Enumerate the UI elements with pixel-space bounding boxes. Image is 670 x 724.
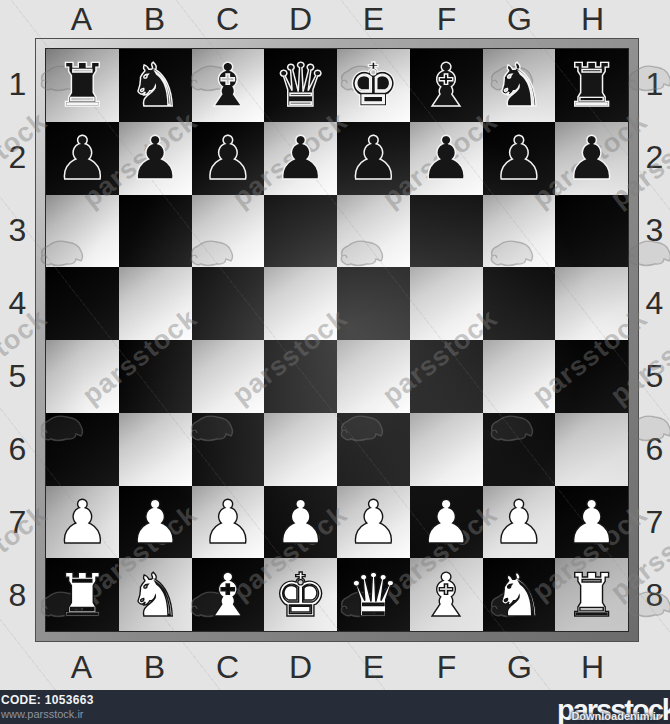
square-a8: ♜ [46, 558, 119, 631]
white-bishop-c8: ♝ [192, 558, 265, 631]
black-pawn-f2: ♟ [410, 122, 483, 195]
file-label-top-b: B [118, 0, 191, 38]
square-b6 [119, 413, 192, 486]
square-b2: ♟ [119, 122, 192, 195]
square-a4 [46, 267, 119, 340]
square-e7: ♟ [337, 486, 410, 559]
rank-label-right-6: 6 [639, 413, 670, 486]
file-labels-bottom: ABCDEFGH [45, 644, 629, 690]
square-d1: ♛ [264, 49, 337, 122]
file-label-top-c: C [191, 0, 264, 38]
square-d8: ♚ [264, 558, 337, 631]
square-h8: ♜ [555, 558, 628, 631]
white-pawn-e7: ♟ [337, 486, 410, 559]
square-f6 [410, 413, 483, 486]
square-e5 [337, 340, 410, 413]
black-king-e1: ♚ [337, 49, 410, 122]
square-b3 [119, 195, 192, 268]
black-pawn-a2: ♟ [46, 122, 119, 195]
square-c4 [192, 267, 265, 340]
square-e1: ♚ [337, 49, 410, 122]
square-a5 [46, 340, 119, 413]
square-f5 [410, 340, 483, 413]
rank-label-left-4: 4 [0, 267, 35, 340]
file-labels-top: ABCDEFGH [45, 0, 629, 38]
white-rook-h8: ♜ [555, 558, 628, 631]
square-b4 [119, 267, 192, 340]
rank-label-right-2: 2 [639, 121, 670, 194]
square-b7: ♟ [119, 486, 192, 559]
black-pawn-h2: ♟ [555, 122, 628, 195]
black-pawn-g2: ♟ [483, 122, 556, 195]
file-label-bottom-e: E [337, 644, 410, 690]
chess-board: ♜♞♝♛♚♝♞♜♟♟♟♟♟♟♟♟♟♟♟♟♟♟♟♟♜♞♝♚♛♝♞♜ [46, 49, 628, 631]
website-url: www.parsstock.ir [1, 708, 84, 720]
square-g8: ♞ [483, 558, 556, 631]
square-h5 [555, 340, 628, 413]
square-h4 [555, 267, 628, 340]
file-label-top-d: D [264, 0, 337, 38]
square-c2: ♟ [192, 122, 265, 195]
square-g6 [483, 413, 556, 486]
rank-label-right-1: 1 [639, 48, 670, 121]
overlay-site-text: Downloadenim.ir [571, 710, 660, 722]
black-queen-d1: ♛ [264, 49, 337, 122]
square-g5 [483, 340, 556, 413]
square-h3 [555, 195, 628, 268]
square-c5 [192, 340, 265, 413]
square-a3 [46, 195, 119, 268]
rank-label-left-1: 1 [0, 48, 35, 121]
rank-label-left-3: 3 [0, 194, 35, 267]
rank-label-right-8: 8 [639, 559, 670, 632]
square-h2: ♟ [555, 122, 628, 195]
white-knight-b8: ♞ [119, 558, 192, 631]
white-king-d8: ♚ [264, 558, 337, 631]
chess-board-frame: ♜♞♝♛♚♝♞♜♟♟♟♟♟♟♟♟♟♟♟♟♟♟♟♟♜♞♝♚♛♝♞♜ [35, 38, 639, 642]
black-rook-h1: ♜ [555, 49, 628, 122]
file-label-bottom-c: C [191, 644, 264, 690]
square-d3 [264, 195, 337, 268]
square-e4 [337, 267, 410, 340]
square-f3 [410, 195, 483, 268]
footer-bar: CODE: 1053663 www.parsstock.ir parsstock… [0, 690, 670, 724]
square-d4 [264, 267, 337, 340]
square-b1: ♞ [119, 49, 192, 122]
square-c1: ♝ [192, 49, 265, 122]
white-pawn-b7: ♟ [119, 486, 192, 559]
square-g2: ♟ [483, 122, 556, 195]
square-d2: ♟ [264, 122, 337, 195]
square-c8: ♝ [192, 558, 265, 631]
white-pawn-f7: ♟ [410, 486, 483, 559]
square-f1: ♝ [410, 49, 483, 122]
white-knight-g8: ♞ [483, 558, 556, 631]
black-knight-b1: ♞ [119, 49, 192, 122]
white-pawn-c7: ♟ [192, 486, 265, 559]
square-e3 [337, 195, 410, 268]
file-label-bottom-b: B [118, 644, 191, 690]
rank-label-right-5: 5 [639, 340, 670, 413]
file-label-top-f: F [410, 0, 483, 38]
black-pawn-c2: ♟ [192, 122, 265, 195]
white-queen-e8: ♛ [337, 558, 410, 631]
black-bishop-f1: ♝ [410, 49, 483, 122]
rank-label-left-7: 7 [0, 486, 35, 559]
square-h1: ♜ [555, 49, 628, 122]
white-pawn-d7: ♟ [264, 486, 337, 559]
rank-label-left-8: 8 [0, 559, 35, 632]
square-f4 [410, 267, 483, 340]
rank-label-left-5: 5 [0, 340, 35, 413]
file-label-top-h: H [556, 0, 629, 38]
rank-label-right-3: 3 [639, 194, 670, 267]
rank-label-right-4: 4 [639, 267, 670, 340]
black-pawn-b2: ♟ [119, 122, 192, 195]
white-pawn-a7: ♟ [46, 486, 119, 559]
square-e2: ♟ [337, 122, 410, 195]
square-a6 [46, 413, 119, 486]
square-c3 [192, 195, 265, 268]
square-e8: ♛ [337, 558, 410, 631]
image-code: CODE: 1053663 [1, 693, 94, 707]
black-rook-a1: ♜ [46, 49, 119, 122]
square-c7: ♟ [192, 486, 265, 559]
square-b5 [119, 340, 192, 413]
white-pawn-g7: ♟ [483, 486, 556, 559]
black-pawn-e2: ♟ [337, 122, 410, 195]
square-h6 [555, 413, 628, 486]
rank-labels-left: 12345678 [0, 48, 35, 632]
white-rook-a8: ♜ [46, 558, 119, 631]
square-f2: ♟ [410, 122, 483, 195]
file-label-bottom-f: F [410, 644, 483, 690]
black-bishop-c1: ♝ [192, 49, 265, 122]
file-label-top-e: E [337, 0, 410, 38]
square-c6 [192, 413, 265, 486]
rank-label-left-6: 6 [0, 413, 35, 486]
square-f8: ♝ [410, 558, 483, 631]
square-h7: ♟ [555, 486, 628, 559]
square-d5 [264, 340, 337, 413]
square-a2: ♟ [46, 122, 119, 195]
file-label-bottom-h: H [556, 644, 629, 690]
file-label-bottom-a: A [45, 644, 118, 690]
square-g4 [483, 267, 556, 340]
square-e6 [337, 413, 410, 486]
square-g3 [483, 195, 556, 268]
black-knight-g1: ♞ [483, 49, 556, 122]
square-g1: ♞ [483, 49, 556, 122]
square-b8: ♞ [119, 558, 192, 631]
white-pawn-h7: ♟ [555, 486, 628, 559]
file-label-bottom-d: D [264, 644, 337, 690]
square-a1: ♜ [46, 49, 119, 122]
rank-label-right-7: 7 [639, 486, 670, 559]
square-d6 [264, 413, 337, 486]
black-pawn-d2: ♟ [264, 122, 337, 195]
file-label-bottom-g: G [483, 644, 556, 690]
rank-label-left-2: 2 [0, 121, 35, 194]
square-f7: ♟ [410, 486, 483, 559]
file-label-top-a: A [45, 0, 118, 38]
white-bishop-f8: ♝ [410, 558, 483, 631]
stock-image-chessboard: ABCDEFGH 12345678 12345678 ♜♞♝♛♚♝♞♜♟♟♟♟♟… [0, 0, 670, 724]
square-d7: ♟ [264, 486, 337, 559]
file-label-top-g: G [483, 0, 556, 38]
square-a7: ♟ [46, 486, 119, 559]
square-g7: ♟ [483, 486, 556, 559]
rank-labels-right: 12345678 [639, 48, 670, 632]
